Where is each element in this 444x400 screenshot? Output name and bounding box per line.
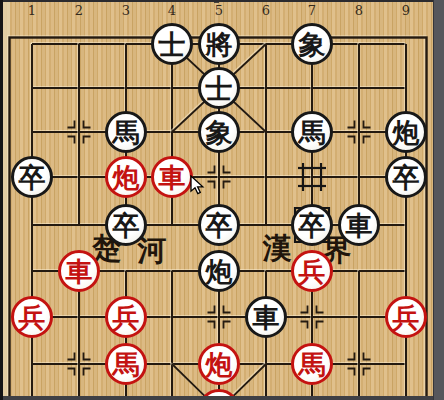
column-label-3: 3 xyxy=(117,3,135,18)
last-move-markers xyxy=(0,0,444,400)
column-label-2: 2 xyxy=(70,3,88,18)
column-label-9: 9 xyxy=(397,3,415,18)
column-label-5: 5 xyxy=(210,3,228,18)
column-label-1: 1 xyxy=(23,3,41,18)
window-edge-bottom xyxy=(0,396,434,400)
xiangqi-window: 楚河漢界 士將象士馬象馬炮卒卒卒卒卒車炮車炮車車兵兵兵兵馬炮馬 12345678… xyxy=(0,0,444,400)
window-edge-right xyxy=(433,0,444,400)
column-label-8: 8 xyxy=(350,3,368,18)
window-edge-top xyxy=(0,0,444,2)
column-label-7: 7 xyxy=(303,3,321,18)
column-label-6: 6 xyxy=(257,3,275,18)
column-label-4: 4 xyxy=(163,3,181,18)
mouse-cursor-icon xyxy=(190,175,206,197)
window-edge-left xyxy=(0,0,3,400)
